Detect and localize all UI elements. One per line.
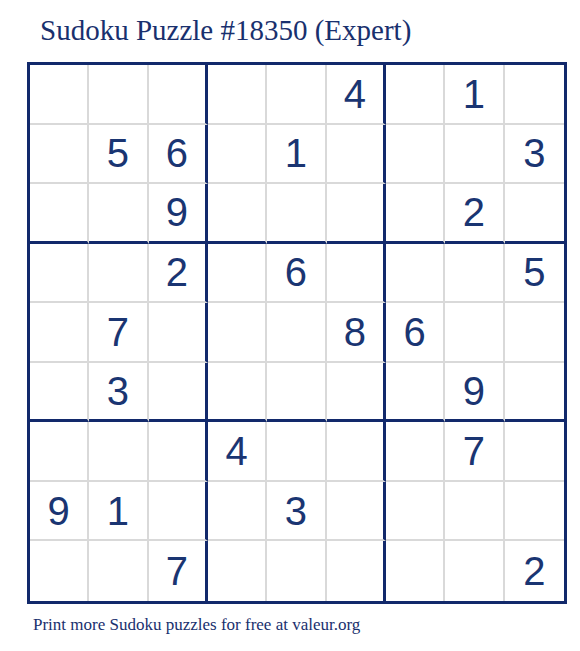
cell-r4c4[interactable] bbox=[208, 244, 267, 304]
cell-r3c9[interactable] bbox=[505, 184, 564, 244]
cell-r9c9[interactable]: 2 bbox=[505, 541, 564, 601]
cell-r3c1[interactable] bbox=[30, 184, 89, 244]
cell-r4c8[interactable] bbox=[445, 244, 504, 304]
cell-r5c2[interactable]: 7 bbox=[89, 303, 148, 363]
cell-r6c2[interactable]: 3 bbox=[89, 363, 148, 423]
cell-r6c4[interactable] bbox=[208, 363, 267, 423]
cell-r2c1[interactable] bbox=[30, 125, 89, 185]
cell-r8c1[interactable]: 9 bbox=[30, 482, 89, 542]
cell-r1c7[interactable] bbox=[386, 65, 445, 125]
cell-r8c5[interactable]: 3 bbox=[267, 482, 326, 542]
cell-r5c9[interactable] bbox=[505, 303, 564, 363]
cell-r4c9[interactable]: 5 bbox=[505, 244, 564, 304]
cell-r1c3[interactable] bbox=[149, 65, 208, 125]
cell-r7c6[interactable] bbox=[327, 422, 386, 482]
cell-r5c7[interactable]: 6 bbox=[386, 303, 445, 363]
cell-r9c7[interactable] bbox=[386, 541, 445, 601]
cell-r7c3[interactable] bbox=[149, 422, 208, 482]
cell-r3c5[interactable] bbox=[267, 184, 326, 244]
cell-r5c6[interactable]: 8 bbox=[327, 303, 386, 363]
cell-r8c4[interactable] bbox=[208, 482, 267, 542]
cell-r4c7[interactable] bbox=[386, 244, 445, 304]
cell-r8c2[interactable]: 1 bbox=[89, 482, 148, 542]
cell-r5c1[interactable] bbox=[30, 303, 89, 363]
cell-r1c5[interactable] bbox=[267, 65, 326, 125]
cell-r5c4[interactable] bbox=[208, 303, 267, 363]
cell-r8c9[interactable] bbox=[505, 482, 564, 542]
cell-r7c4[interactable]: 4 bbox=[208, 422, 267, 482]
cell-r6c5[interactable] bbox=[267, 363, 326, 423]
cell-r4c1[interactable] bbox=[30, 244, 89, 304]
cell-r4c3[interactable]: 2 bbox=[149, 244, 208, 304]
cell-r6c3[interactable] bbox=[149, 363, 208, 423]
cell-r1c1[interactable] bbox=[30, 65, 89, 125]
cell-r2c3[interactable]: 6 bbox=[149, 125, 208, 185]
cell-r7c8[interactable]: 7 bbox=[445, 422, 504, 482]
cell-r7c1[interactable] bbox=[30, 422, 89, 482]
cell-r6c6[interactable] bbox=[327, 363, 386, 423]
cell-r6c9[interactable] bbox=[505, 363, 564, 423]
cell-r2c5[interactable]: 1 bbox=[267, 125, 326, 185]
cell-r5c8[interactable] bbox=[445, 303, 504, 363]
cell-r2c6[interactable] bbox=[327, 125, 386, 185]
cell-r7c7[interactable] bbox=[386, 422, 445, 482]
cell-r3c7[interactable] bbox=[386, 184, 445, 244]
cell-r1c9[interactable] bbox=[505, 65, 564, 125]
cell-r3c6[interactable] bbox=[327, 184, 386, 244]
cell-r7c5[interactable] bbox=[267, 422, 326, 482]
cell-r7c2[interactable] bbox=[89, 422, 148, 482]
cell-r9c8[interactable] bbox=[445, 541, 504, 601]
footer-text: Print more Sudoku puzzles for free at va… bbox=[33, 615, 360, 635]
cell-r1c2[interactable] bbox=[89, 65, 148, 125]
sudoku-grid: 41561392265786394791372 bbox=[27, 62, 567, 604]
cell-r3c3[interactable]: 9 bbox=[149, 184, 208, 244]
page-title: Sudoku Puzzle #18350 (Expert) bbox=[40, 14, 411, 47]
cell-r6c8[interactable]: 9 bbox=[445, 363, 504, 423]
cell-r1c4[interactable] bbox=[208, 65, 267, 125]
cell-r8c6[interactable] bbox=[327, 482, 386, 542]
cell-r6c1[interactable] bbox=[30, 363, 89, 423]
cell-r2c8[interactable] bbox=[445, 125, 504, 185]
cell-r5c5[interactable] bbox=[267, 303, 326, 363]
cell-r2c2[interactable]: 5 bbox=[89, 125, 148, 185]
cell-r3c8[interactable]: 2 bbox=[445, 184, 504, 244]
cell-r2c4[interactable] bbox=[208, 125, 267, 185]
cell-r9c6[interactable] bbox=[327, 541, 386, 601]
cell-r3c4[interactable] bbox=[208, 184, 267, 244]
cell-r9c4[interactable] bbox=[208, 541, 267, 601]
cell-r1c6[interactable]: 4 bbox=[327, 65, 386, 125]
cell-r8c3[interactable] bbox=[149, 482, 208, 542]
cell-r9c2[interactable] bbox=[89, 541, 148, 601]
cell-r8c7[interactable] bbox=[386, 482, 445, 542]
cell-r4c2[interactable] bbox=[89, 244, 148, 304]
cell-r1c8[interactable]: 1 bbox=[445, 65, 504, 125]
cell-r4c6[interactable] bbox=[327, 244, 386, 304]
cell-r9c1[interactable] bbox=[30, 541, 89, 601]
cell-r7c9[interactable] bbox=[505, 422, 564, 482]
cell-r6c7[interactable] bbox=[386, 363, 445, 423]
cell-r2c9[interactable]: 3 bbox=[505, 125, 564, 185]
cell-r2c7[interactable] bbox=[386, 125, 445, 185]
cell-r3c2[interactable] bbox=[89, 184, 148, 244]
cell-r8c8[interactable] bbox=[445, 482, 504, 542]
cell-r5c3[interactable] bbox=[149, 303, 208, 363]
cell-r9c5[interactable] bbox=[267, 541, 326, 601]
cell-r4c5[interactable]: 6 bbox=[267, 244, 326, 304]
cell-r9c3[interactable]: 7 bbox=[149, 541, 208, 601]
